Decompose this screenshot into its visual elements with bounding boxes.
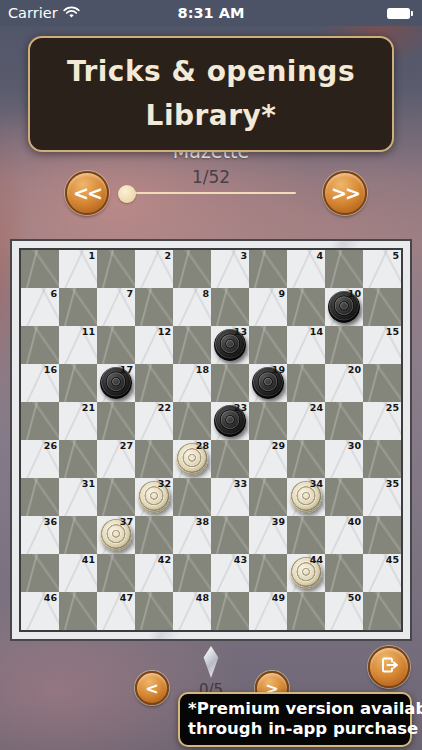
square-number: 45 xyxy=(386,554,399,565)
dark-square xyxy=(363,364,401,402)
square-number: 48 xyxy=(196,592,209,603)
dark-square xyxy=(173,402,211,440)
title-card: Tricks & openings Library* xyxy=(28,36,394,152)
square-number: 44 xyxy=(310,554,323,565)
square-number: 9 xyxy=(278,288,285,299)
square-number: 31 xyxy=(82,478,95,489)
square-number: 19 xyxy=(272,364,285,375)
dark-square xyxy=(59,288,97,326)
square-number: 32 xyxy=(158,478,171,489)
square-number: 6 xyxy=(50,288,57,299)
square-14[interactable]: 14 xyxy=(287,326,325,364)
dark-square xyxy=(287,288,325,326)
dark-square xyxy=(211,592,249,630)
dark-square xyxy=(211,288,249,326)
dark-square xyxy=(287,592,325,630)
dark-square xyxy=(249,402,287,440)
square-44[interactable]: 44 xyxy=(287,554,325,592)
trick-slider[interactable] xyxy=(124,192,296,194)
square-34[interactable]: 34 xyxy=(287,478,325,516)
dark-square xyxy=(249,250,287,288)
page-title-line1: Tricks & openings xyxy=(67,50,355,94)
square-number: 34 xyxy=(310,478,323,489)
square-number: 50 xyxy=(348,592,361,603)
square-number: 41 xyxy=(82,554,95,565)
dark-square xyxy=(135,516,173,554)
app-screen: Carrier 8:31 AM Mazette Tricks & opening… xyxy=(0,0,422,750)
square-36[interactable]: 36 xyxy=(21,516,59,554)
dark-square xyxy=(363,288,401,326)
next-trick-button[interactable]: >> xyxy=(323,171,367,215)
square-33[interactable]: 33 xyxy=(211,478,249,516)
square-number: 5 xyxy=(392,250,399,261)
square-5[interactable]: 5 xyxy=(363,250,401,288)
square-6[interactable]: 6 xyxy=(21,288,59,326)
square-number: 40 xyxy=(348,516,361,527)
square-number: 2 xyxy=(164,250,171,261)
square-number: 37 xyxy=(120,516,133,527)
square-10[interactable]: 10 xyxy=(325,288,363,326)
dark-square xyxy=(135,592,173,630)
square-28[interactable]: 28 xyxy=(173,440,211,478)
square-number: 12 xyxy=(158,326,171,337)
square-number: 24 xyxy=(310,402,323,413)
dark-square xyxy=(97,250,135,288)
square-15[interactable]: 15 xyxy=(363,326,401,364)
square-4[interactable]: 4 xyxy=(287,250,325,288)
dark-square xyxy=(135,440,173,478)
square-number: 47 xyxy=(120,592,133,603)
dark-square xyxy=(173,554,211,592)
dark-square xyxy=(173,326,211,364)
square-7[interactable]: 7 xyxy=(97,288,135,326)
square-32[interactable]: 32 xyxy=(135,478,173,516)
square-21[interactable]: 21 xyxy=(59,402,97,440)
square-16[interactable]: 16 xyxy=(21,364,59,402)
time-label: 8:31 AM xyxy=(0,5,422,21)
square-12[interactable]: 12 xyxy=(135,326,173,364)
dark-square xyxy=(21,326,59,364)
premium-banner-line1: *Premium version available xyxy=(188,699,402,719)
square-3[interactable]: 3 xyxy=(211,250,249,288)
premium-banner: *Premium version available through in-ap… xyxy=(178,692,412,747)
square-number: 18 xyxy=(196,364,209,375)
square-18[interactable]: 18 xyxy=(173,364,211,402)
dark-square xyxy=(21,478,59,516)
dark-square xyxy=(135,364,173,402)
square-number: 23 xyxy=(234,402,247,413)
square-number: 8 xyxy=(202,288,209,299)
dark-square xyxy=(97,402,135,440)
dark-square xyxy=(59,364,97,402)
square-41[interactable]: 41 xyxy=(59,554,97,592)
previous-move-button[interactable]: < xyxy=(135,671,169,705)
dark-square xyxy=(173,478,211,516)
exit-button[interactable] xyxy=(368,646,410,688)
dark-square xyxy=(325,402,363,440)
square-22[interactable]: 22 xyxy=(135,402,173,440)
dark-square xyxy=(97,326,135,364)
square-37[interactable]: 37 xyxy=(97,516,135,554)
dark-square xyxy=(21,250,59,288)
square-2[interactable]: 2 xyxy=(135,250,173,288)
square-30[interactable]: 30 xyxy=(325,440,363,478)
square-25[interactable]: 25 xyxy=(363,402,401,440)
square-9[interactable]: 9 xyxy=(249,288,287,326)
square-number: 17 xyxy=(120,364,133,375)
dark-square xyxy=(325,250,363,288)
previous-trick-button[interactable]: << xyxy=(65,171,109,215)
square-31[interactable]: 31 xyxy=(59,478,97,516)
square-number: 27 xyxy=(120,440,133,451)
dark-square xyxy=(135,288,173,326)
square-11[interactable]: 11 xyxy=(59,326,97,364)
square-number: 39 xyxy=(272,516,285,527)
dark-square xyxy=(97,554,135,592)
square-number: 49 xyxy=(272,592,285,603)
square-50[interactable]: 50 xyxy=(325,592,363,630)
square-number: 10 xyxy=(348,288,361,299)
dark-square xyxy=(249,326,287,364)
dark-square xyxy=(59,440,97,478)
square-13[interactable]: 13 xyxy=(211,326,249,364)
dark-square xyxy=(325,554,363,592)
dark-square xyxy=(211,516,249,554)
dark-square xyxy=(173,250,211,288)
square-number: 14 xyxy=(310,326,323,337)
dark-square xyxy=(325,478,363,516)
square-number: 15 xyxy=(386,326,399,337)
dark-square xyxy=(249,554,287,592)
dark-square xyxy=(21,402,59,440)
page-title-line2: Library* xyxy=(146,94,277,138)
dark-square xyxy=(363,592,401,630)
dark-square xyxy=(97,478,135,516)
trick-slider-thumb[interactable] xyxy=(118,185,136,203)
dark-square xyxy=(21,554,59,592)
crystal-pointer-icon xyxy=(203,646,219,678)
square-number: 21 xyxy=(82,402,95,413)
square-45[interactable]: 45 xyxy=(363,554,401,592)
square-number: 29 xyxy=(272,440,285,451)
square-23[interactable]: 23 xyxy=(211,402,249,440)
square-49[interactable]: 49 xyxy=(249,592,287,630)
square-20[interactable]: 20 xyxy=(325,364,363,402)
status-bar: Carrier 8:31 AM xyxy=(0,0,422,26)
square-17[interactable]: 17 xyxy=(97,364,135,402)
square-number: 25 xyxy=(386,402,399,413)
dark-square xyxy=(325,326,363,364)
square-27[interactable]: 27 xyxy=(97,440,135,478)
square-48[interactable]: 48 xyxy=(173,592,211,630)
battery-icon xyxy=(387,8,410,19)
square-number: 1 xyxy=(88,250,95,261)
dark-square xyxy=(211,440,249,478)
square-number: 26 xyxy=(44,440,57,451)
square-number: 11 xyxy=(82,326,95,337)
square-number: 33 xyxy=(234,478,247,489)
square-26[interactable]: 26 xyxy=(21,440,59,478)
board-grid: 1234567891011121314151617181920212223242… xyxy=(19,248,403,632)
dark-square xyxy=(59,516,97,554)
square-number: 38 xyxy=(196,516,209,527)
square-47[interactable]: 47 xyxy=(97,592,135,630)
dark-square xyxy=(287,516,325,554)
dark-square xyxy=(287,364,325,402)
square-19[interactable]: 19 xyxy=(249,364,287,402)
square-number: 4 xyxy=(316,250,323,261)
square-number: 22 xyxy=(158,402,171,413)
square-38[interactable]: 38 xyxy=(173,516,211,554)
square-number: 30 xyxy=(348,440,361,451)
dark-square xyxy=(363,440,401,478)
premium-banner-line2: through in-app purchase xyxy=(188,719,402,739)
square-number: 7 xyxy=(126,288,133,299)
square-40[interactable]: 40 xyxy=(325,516,363,554)
square-number: 42 xyxy=(158,554,171,565)
square-42[interactable]: 42 xyxy=(135,554,173,592)
square-number: 3 xyxy=(240,250,247,261)
draughts-board: 1234567891011121314151617181920212223242… xyxy=(10,239,412,641)
dark-square xyxy=(287,440,325,478)
square-number: 20 xyxy=(348,364,361,375)
square-43[interactable]: 43 xyxy=(211,554,249,592)
square-8[interactable]: 8 xyxy=(173,288,211,326)
dark-square xyxy=(59,592,97,630)
square-24[interactable]: 24 xyxy=(287,402,325,440)
square-35[interactable]: 35 xyxy=(363,478,401,516)
square-number: 16 xyxy=(44,364,57,375)
square-number: 46 xyxy=(44,592,57,603)
exit-door-arrow-icon xyxy=(377,653,401,681)
square-number: 28 xyxy=(196,440,209,451)
dark-square xyxy=(211,364,249,402)
dark-square xyxy=(249,478,287,516)
square-number: 36 xyxy=(44,516,57,527)
square-1[interactable]: 1 xyxy=(59,250,97,288)
square-number: 13 xyxy=(234,326,247,337)
square-number: 35 xyxy=(386,478,399,489)
square-39[interactable]: 39 xyxy=(249,516,287,554)
dark-square xyxy=(363,516,401,554)
square-46[interactable]: 46 xyxy=(21,592,59,630)
square-number: 43 xyxy=(234,554,247,565)
square-29[interactable]: 29 xyxy=(249,440,287,478)
